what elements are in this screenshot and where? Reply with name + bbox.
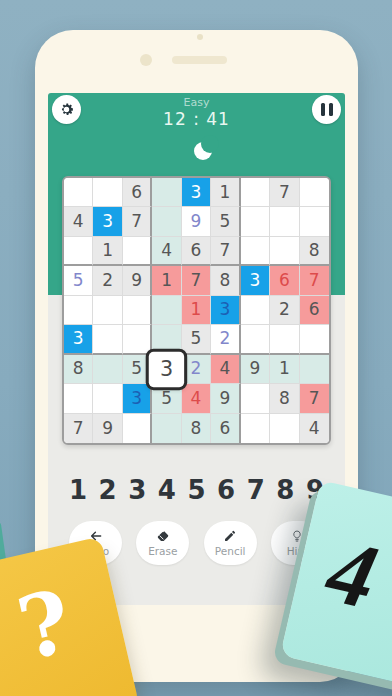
cell-r5c6[interactable]: 3 <box>211 296 240 325</box>
cell-r2c7[interactable] <box>241 207 270 236</box>
pencil-label: Pencil <box>215 545 246 557</box>
cell-r7c9[interactable] <box>300 355 329 384</box>
numpad-4[interactable]: 4 <box>158 475 176 505</box>
cell-r1c6[interactable]: 1 <box>211 178 240 207</box>
cell-r2c8[interactable] <box>270 207 299 236</box>
cell-r6c8[interactable] <box>270 325 299 354</box>
cell-r8c1[interactable] <box>64 384 93 413</box>
cell-r6c6[interactable]: 2 <box>211 325 240 354</box>
cell-r1c7[interactable] <box>241 178 270 207</box>
cell-r3c5[interactable]: 6 <box>182 237 211 266</box>
cell-r3c4[interactable]: 4 <box>152 237 181 266</box>
pencil-button[interactable]: Pencil <box>204 521 257 565</box>
cell-r1c8[interactable]: 7 <box>270 178 299 207</box>
pencil-icon <box>223 529 237 543</box>
cell-r4c2[interactable]: 2 <box>93 266 122 295</box>
cell-r9c2[interactable]: 9 <box>93 414 122 443</box>
cell-r9c9[interactable]: 4 <box>300 414 329 443</box>
cell-r7c8[interactable]: 1 <box>270 355 299 384</box>
cell-r3c7[interactable] <box>241 237 270 266</box>
cell-r2c2[interactable]: 3 <box>93 207 122 236</box>
cell-r3c1[interactable] <box>64 237 93 266</box>
cell-r2c5[interactable]: 9 <box>182 207 211 236</box>
cell-r5c4[interactable] <box>152 296 181 325</box>
numpad-6[interactable]: 6 <box>217 475 235 505</box>
cell-r7c1[interactable]: 8 <box>64 355 93 384</box>
cell-r1c4[interactable] <box>152 178 181 207</box>
cell-r9c3[interactable] <box>123 414 152 443</box>
cell-r4c3[interactable]: 9 <box>123 266 152 295</box>
cell-r4c4[interactable]: 1 <box>152 266 181 295</box>
cell-r8c3[interactable]: 3 <box>123 384 152 413</box>
cell-r3c2[interactable]: 1 <box>93 237 122 266</box>
cell-r7c6[interactable]: 4 <box>211 355 240 384</box>
cell-r8c6[interactable]: 9 <box>211 384 240 413</box>
eraser-icon <box>156 529 170 543</box>
cell-r8c5[interactable]: 4 <box>182 384 211 413</box>
speaker-slot <box>172 56 227 64</box>
cell-r1c9[interactable] <box>300 178 329 207</box>
app-screen: Easy 12 : 41 631743795146785291783671326… <box>48 93 345 605</box>
cell-r2c4[interactable] <box>152 207 181 236</box>
difficulty-label: Easy <box>48 96 345 109</box>
cell-r8c8[interactable]: 8 <box>270 384 299 413</box>
cell-r1c3[interactable]: 6 <box>123 178 152 207</box>
numpad-7[interactable]: 7 <box>247 475 265 505</box>
cell-r4c9[interactable]: 7 <box>300 266 329 295</box>
cell-r6c2[interactable] <box>93 325 122 354</box>
numpad-5[interactable]: 5 <box>187 475 205 505</box>
cell-r1c2[interactable] <box>93 178 122 207</box>
cell-r3c3[interactable] <box>123 237 152 266</box>
numpad-1[interactable]: 1 <box>69 475 87 505</box>
question-glyph: ? <box>9 570 81 680</box>
cell-r8c7[interactable] <box>241 384 270 413</box>
cell-r6c1[interactable]: 3 <box>64 325 93 354</box>
sudoku-board: 6317437951467852917836713263528532491354… <box>62 176 331 445</box>
cell-r3c6[interactable]: 7 <box>211 237 240 266</box>
cell-r2c9[interactable] <box>300 207 329 236</box>
cell-r8c2[interactable] <box>93 384 122 413</box>
numpad-3[interactable]: 3 <box>128 475 146 505</box>
cell-r5c5[interactable]: 1 <box>182 296 211 325</box>
cell-r9c1[interactable]: 7 <box>64 414 93 443</box>
moon-icon <box>194 142 212 160</box>
cell-r7c2[interactable] <box>93 355 122 384</box>
cell-r7c4[interactable]: 3 <box>149 351 185 387</box>
cell-r5c9[interactable]: 6 <box>300 296 329 325</box>
cell-r4c7[interactable]: 3 <box>241 266 270 295</box>
cell-r4c6[interactable]: 8 <box>211 266 240 295</box>
cell-r9c6[interactable]: 6 <box>211 414 240 443</box>
cell-r1c1[interactable] <box>64 178 93 207</box>
cell-r3c9[interactable]: 8 <box>300 237 329 266</box>
cell-r9c5[interactable]: 8 <box>182 414 211 443</box>
four-glyph: 4 <box>318 517 387 631</box>
cell-r2c6[interactable]: 5 <box>211 207 240 236</box>
cell-r6c7[interactable] <box>241 325 270 354</box>
cell-r7c7[interactable]: 9 <box>241 355 270 384</box>
camera-dot <box>197 34 203 40</box>
front-camera <box>140 54 152 66</box>
lightbulb-icon <box>290 529 304 543</box>
cell-r5c8[interactable]: 2 <box>270 296 299 325</box>
cell-r9c8[interactable] <box>270 414 299 443</box>
cell-r8c4[interactable]: 5 <box>152 384 181 413</box>
number-pad: 1 2 3 4 5 6 7 8 9 <box>48 473 345 507</box>
erase-label: Erase <box>148 545 177 557</box>
cell-r6c5[interactable]: 5 <box>182 325 211 354</box>
cell-r7c5[interactable]: 2 <box>182 355 211 384</box>
cell-r6c9[interactable] <box>300 325 329 354</box>
cell-r5c2[interactable] <box>93 296 122 325</box>
cell-r5c3[interactable] <box>123 296 152 325</box>
cell-r2c1[interactable]: 4 <box>64 207 93 236</box>
cell-r9c4[interactable] <box>152 414 181 443</box>
cell-r6c4[interactable] <box>152 325 181 354</box>
cell-r9c7[interactable] <box>241 414 270 443</box>
numpad-2[interactable]: 2 <box>99 475 117 505</box>
cell-r8c9[interactable]: 7 <box>300 384 329 413</box>
cell-r2c3[interactable]: 7 <box>123 207 152 236</box>
cell-r3c8[interactable] <box>270 237 299 266</box>
cell-r5c7[interactable] <box>241 296 270 325</box>
erase-button[interactable]: Erase <box>136 521 189 565</box>
cell-r5c1[interactable] <box>64 296 93 325</box>
cell-r4c8[interactable]: 6 <box>270 266 299 295</box>
timer: 12 : 41 <box>48 109 345 129</box>
cell-r4c5[interactable]: 7 <box>182 266 211 295</box>
numpad-8[interactable]: 8 <box>276 475 294 505</box>
cell-r6c3[interactable] <box>123 325 152 354</box>
cell-r1c5[interactable]: 3 <box>182 178 211 207</box>
cell-r4c1[interactable]: 5 <box>64 266 93 295</box>
